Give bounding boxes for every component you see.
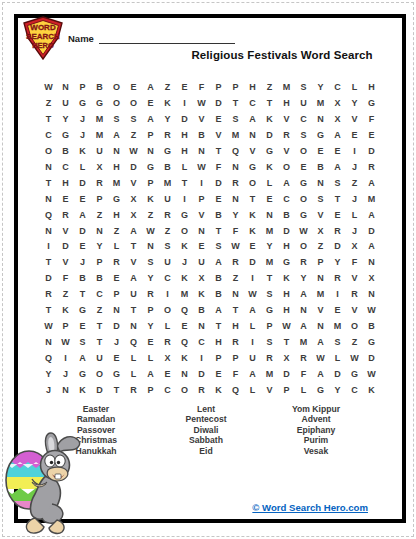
grid-cell[interactable]: V: [57, 223, 74, 239]
grid-cell[interactable]: B: [193, 303, 210, 319]
grid-cell[interactable]: E: [363, 128, 380, 144]
grid-cell[interactable]: S: [108, 112, 125, 128]
grid-cell[interactable]: A: [295, 287, 312, 303]
grid-cell[interactable]: N: [40, 223, 57, 239]
grid-cell[interactable]: U: [193, 255, 210, 271]
grid-cell[interactable]: M: [278, 80, 295, 96]
grid-cell[interactable]: I: [193, 175, 210, 191]
grid-cell[interactable]: N: [193, 144, 210, 160]
grid-cell[interactable]: Z: [108, 223, 125, 239]
grid-cell[interactable]: M: [227, 128, 244, 144]
grid-cell[interactable]: V: [193, 207, 210, 223]
grid-cell[interactable]: I: [176, 96, 193, 112]
grid-cell[interactable]: N: [227, 287, 244, 303]
grid-cell[interactable]: L: [346, 80, 363, 96]
grid-cell[interactable]: E: [210, 366, 227, 382]
grid-cell[interactable]: R: [227, 175, 244, 191]
grid-cell[interactable]: Z: [261, 80, 278, 96]
grid-cell[interactable]: K: [57, 303, 74, 319]
grid-cell[interactable]: M: [261, 255, 278, 271]
grid-cell[interactable]: R: [108, 255, 125, 271]
grid-cell[interactable]: A: [312, 366, 329, 382]
grid-cell[interactable]: J: [74, 112, 91, 128]
grid-cell[interactable]: P: [278, 382, 295, 398]
grid-cell[interactable]: M: [261, 366, 278, 382]
grid-cell[interactable]: J: [346, 223, 363, 239]
grid-cell[interactable]: A: [312, 334, 329, 350]
grid-cell[interactable]: N: [363, 287, 380, 303]
grid-cell[interactable]: D: [329, 366, 346, 382]
grid-cell[interactable]: E: [261, 191, 278, 207]
grid-cell[interactable]: O: [108, 96, 125, 112]
grid-cell[interactable]: L: [74, 159, 91, 175]
grid-cell[interactable]: H: [108, 159, 125, 175]
grid-cell[interactable]: E: [210, 191, 227, 207]
grid-cell[interactable]: S: [295, 128, 312, 144]
grid-cell[interactable]: Z: [57, 287, 74, 303]
grid-cell[interactable]: W: [227, 239, 244, 255]
grid-cell[interactable]: D: [363, 223, 380, 239]
grid-cell[interactable]: V: [244, 144, 261, 160]
grid-cell[interactable]: W: [295, 223, 312, 239]
grid-cell[interactable]: S: [159, 239, 176, 255]
grid-cell[interactable]: Q: [40, 350, 57, 366]
grid-cell[interactable]: O: [91, 366, 108, 382]
grid-cell[interactable]: E: [108, 350, 125, 366]
grid-cell[interactable]: O: [176, 382, 193, 398]
grid-cell[interactable]: T: [261, 271, 278, 287]
grid-cell[interactable]: T: [40, 303, 57, 319]
grid-cell[interactable]: P: [193, 191, 210, 207]
grid-cell[interactable]: S: [261, 287, 278, 303]
grid-cell[interactable]: B: [312, 159, 329, 175]
grid-cell[interactable]: S: [295, 80, 312, 96]
grid-cell[interactable]: Y: [295, 271, 312, 287]
grid-cell[interactable]: H: [227, 318, 244, 334]
grid-cell[interactable]: Q: [125, 334, 142, 350]
grid-cell[interactable]: R: [159, 128, 176, 144]
grid-cell[interactable]: Y: [346, 96, 363, 112]
grid-cell[interactable]: T: [91, 334, 108, 350]
grid-cell[interactable]: B: [210, 207, 227, 223]
credit-link[interactable]: © Word Search Hero.com: [228, 502, 368, 513]
grid-cell[interactable]: Y: [329, 255, 346, 271]
grid-cell[interactable]: X: [346, 239, 363, 255]
grid-cell[interactable]: L: [159, 318, 176, 334]
grid-cell[interactable]: Y: [261, 239, 278, 255]
grid-cell[interactable]: O: [244, 175, 261, 191]
grid-cell[interactable]: T: [40, 255, 57, 271]
grid-cell[interactable]: T: [125, 303, 142, 319]
grid-cell[interactable]: G: [312, 128, 329, 144]
grid-cell[interactable]: N: [108, 303, 125, 319]
grid-cell[interactable]: P: [210, 80, 227, 96]
grid-cell[interactable]: K: [244, 207, 261, 223]
grid-cell[interactable]: N: [142, 239, 159, 255]
grid-cell[interactable]: K: [74, 382, 91, 398]
grid-cell[interactable]: W: [40, 80, 57, 96]
grid-cell[interactable]: F: [210, 159, 227, 175]
grid-cell[interactable]: J: [74, 255, 91, 271]
grid-cell[interactable]: T: [227, 96, 244, 112]
grid-cell[interactable]: W: [40, 318, 57, 334]
grid-cell[interactable]: H: [176, 144, 193, 160]
grid-cell[interactable]: T: [40, 112, 57, 128]
grid-cell[interactable]: O: [176, 223, 193, 239]
grid-cell[interactable]: W: [57, 334, 74, 350]
grid-cell[interactable]: P: [57, 318, 74, 334]
grid-cell[interactable]: W: [363, 303, 380, 319]
grid-cell[interactable]: H: [278, 96, 295, 112]
grid-cell[interactable]: W: [278, 318, 295, 334]
grid-cell[interactable]: Y: [40, 366, 57, 382]
grid-cell[interactable]: C: [346, 382, 363, 398]
grid-cell[interactable]: L: [244, 318, 261, 334]
grid-cell[interactable]: E: [346, 128, 363, 144]
grid-cell[interactable]: A: [278, 175, 295, 191]
grid-cell[interactable]: O: [295, 191, 312, 207]
grid-cell[interactable]: X: [363, 271, 380, 287]
grid-cell[interactable]: O: [278, 159, 295, 175]
grid-cell[interactable]: O: [159, 303, 176, 319]
grid-cell[interactable]: R: [159, 334, 176, 350]
grid-cell[interactable]: S: [329, 175, 346, 191]
grid-cell[interactable]: Y: [329, 382, 346, 398]
grid-cell[interactable]: N: [176, 366, 193, 382]
grid-cell[interactable]: T: [329, 191, 346, 207]
grid-cell[interactable]: I: [159, 287, 176, 303]
grid-cell[interactable]: I: [40, 239, 57, 255]
grid-cell[interactable]: E: [74, 191, 91, 207]
grid-cell[interactable]: R: [346, 287, 363, 303]
grid-cell[interactable]: A: [244, 366, 261, 382]
grid-cell[interactable]: T: [261, 96, 278, 112]
grid-cell[interactable]: T: [244, 191, 261, 207]
grid-cell[interactable]: E: [193, 239, 210, 255]
grid-cell[interactable]: G: [278, 255, 295, 271]
grid-cell[interactable]: W: [244, 287, 261, 303]
grid-cell[interactable]: M: [159, 175, 176, 191]
grid-cell[interactable]: N: [57, 80, 74, 96]
grid-cell[interactable]: P: [210, 350, 227, 366]
grid-cell[interactable]: N: [295, 303, 312, 319]
grid-cell[interactable]: N: [244, 128, 261, 144]
grid-cell[interactable]: T: [227, 303, 244, 319]
grid-cell[interactable]: F: [227, 366, 244, 382]
grid-cell[interactable]: D: [363, 350, 380, 366]
grid-cell[interactable]: U: [159, 191, 176, 207]
grid-cell[interactable]: K: [176, 271, 193, 287]
grid-cell[interactable]: E: [312, 144, 329, 160]
grid-cell[interactable]: U: [57, 96, 74, 112]
grid-cell[interactable]: A: [74, 350, 91, 366]
grid-cell[interactable]: L: [176, 159, 193, 175]
grid-cell[interactable]: B: [74, 271, 91, 287]
grid-cell[interactable]: Q: [176, 303, 193, 319]
grid-cell[interactable]: I: [176, 191, 193, 207]
grid-cell[interactable]: A: [329, 159, 346, 175]
grid-cell[interactable]: U: [295, 96, 312, 112]
grid-cell[interactable]: A: [329, 128, 346, 144]
grid-cell[interactable]: L: [329, 350, 346, 366]
grid-cell[interactable]: K: [142, 191, 159, 207]
grid-cell[interactable]: W: [125, 144, 142, 160]
grid-cell[interactable]: E: [108, 271, 125, 287]
grid-cell[interactable]: V: [125, 255, 142, 271]
grid-cell[interactable]: D: [244, 255, 261, 271]
grid-cell[interactable]: D: [363, 144, 380, 160]
grid-cell[interactable]: E: [295, 159, 312, 175]
grid-cell[interactable]: F: [57, 271, 74, 287]
grid-cell[interactable]: A: [125, 223, 142, 239]
grid-cell[interactable]: P: [312, 255, 329, 271]
grid-cell[interactable]: R: [125, 382, 142, 398]
grid-cell[interactable]: A: [210, 303, 227, 319]
grid-cell[interactable]: W: [346, 350, 363, 366]
grid-cell[interactable]: K: [363, 382, 380, 398]
grid-cell[interactable]: P: [261, 318, 278, 334]
grid-cell[interactable]: Z: [125, 128, 142, 144]
grid-cell[interactable]: Z: [346, 334, 363, 350]
grid-cell[interactable]: X: [329, 112, 346, 128]
grid-cell[interactable]: Y: [142, 318, 159, 334]
grid-cell[interactable]: Z: [142, 207, 159, 223]
grid-cell[interactable]: K: [176, 350, 193, 366]
grid-cell[interactable]: A: [244, 303, 261, 319]
grid-cell[interactable]: T: [210, 318, 227, 334]
grid-cell[interactable]: B: [57, 144, 74, 160]
grid-cell[interactable]: K: [74, 144, 91, 160]
grid-cell[interactable]: Z: [159, 223, 176, 239]
grid-cell[interactable]: J: [40, 382, 57, 398]
grid-cell[interactable]: F: [363, 112, 380, 128]
grid-cell[interactable]: G: [57, 128, 74, 144]
grid-cell[interactable]: G: [108, 191, 125, 207]
grid-cell[interactable]: A: [363, 239, 380, 255]
grid-cell[interactable]: R: [57, 207, 74, 223]
grid-cell[interactable]: D: [176, 112, 193, 128]
grid-cell[interactable]: Z: [312, 239, 329, 255]
grid-cell[interactable]: A: [125, 271, 142, 287]
grid-cell[interactable]: D: [329, 239, 346, 255]
grid-cell[interactable]: L: [125, 350, 142, 366]
grid-cell[interactable]: D: [193, 366, 210, 382]
grid-cell[interactable]: T: [108, 382, 125, 398]
grid-cell[interactable]: N: [261, 207, 278, 223]
grid-cell[interactable]: R: [193, 382, 210, 398]
grid-cell[interactable]: J: [346, 159, 363, 175]
grid-cell[interactable]: H: [57, 175, 74, 191]
grid-cell[interactable]: F: [295, 366, 312, 382]
grid-cell[interactable]: N: [312, 175, 329, 191]
grid-cell[interactable]: X: [125, 207, 142, 223]
grid-cell[interactable]: T: [210, 223, 227, 239]
grid-cell[interactable]: E: [329, 303, 346, 319]
grid-cell[interactable]: K: [261, 159, 278, 175]
grid-cell[interactable]: H: [278, 303, 295, 319]
grid-cell[interactable]: N: [125, 318, 142, 334]
grid-cell[interactable]: L: [244, 382, 261, 398]
grid-cell[interactable]: G: [142, 159, 159, 175]
grid-cell[interactable]: M: [108, 175, 125, 191]
grid-cell[interactable]: T: [176, 175, 193, 191]
grid-cell[interactable]: C: [57, 159, 74, 175]
grid-cell[interactable]: G: [176, 207, 193, 223]
grid-cell[interactable]: G: [363, 334, 380, 350]
grid-cell[interactable]: N: [312, 318, 329, 334]
grid-cell[interactable]: R: [227, 255, 244, 271]
grid-cell[interactable]: F: [193, 80, 210, 96]
grid-cell[interactable]: Z: [159, 80, 176, 96]
grid-cell[interactable]: R: [295, 255, 312, 271]
grid-cell[interactable]: G: [295, 175, 312, 191]
grid-cell[interactable]: P: [74, 80, 91, 96]
grid-cell[interactable]: A: [244, 112, 261, 128]
grid-cell[interactable]: L: [346, 207, 363, 223]
grid-cell[interactable]: S: [329, 334, 346, 350]
grid-cell[interactable]: I: [346, 144, 363, 160]
grid-cell[interactable]: L: [142, 350, 159, 366]
grid-cell[interactable]: V: [261, 382, 278, 398]
grid-cell[interactable]: Y: [312, 80, 329, 96]
grid-cell[interactable]: G: [295, 207, 312, 223]
grid-cell[interactable]: Y: [227, 207, 244, 223]
grid-cell[interactable]: W: [363, 366, 380, 382]
grid-cell[interactable]: G: [312, 382, 329, 398]
grid-cell[interactable]: L: [295, 382, 312, 398]
grid-cell[interactable]: C: [193, 334, 210, 350]
grid-cell[interactable]: M: [312, 287, 329, 303]
grid-cell[interactable]: S: [227, 112, 244, 128]
grid-cell[interactable]: G: [159, 144, 176, 160]
grid-cell[interactable]: C: [244, 96, 261, 112]
grid-cell[interactable]: L: [125, 366, 142, 382]
grid-cell[interactable]: C: [40, 128, 57, 144]
grid-cell[interactable]: R: [363, 159, 380, 175]
grid-cell[interactable]: I: [329, 287, 346, 303]
grid-cell[interactable]: N: [227, 191, 244, 207]
grid-cell[interactable]: T: [74, 287, 91, 303]
grid-cell[interactable]: R: [261, 350, 278, 366]
grid-cell[interactable]: K: [244, 223, 261, 239]
grid-cell[interactable]: B: [159, 159, 176, 175]
grid-cell[interactable]: H: [108, 207, 125, 223]
grid-cell[interactable]: V: [125, 175, 142, 191]
grid-cell[interactable]: R: [40, 287, 57, 303]
grid-cell[interactable]: W: [193, 159, 210, 175]
grid-cell[interactable]: X: [312, 223, 329, 239]
grid-cell[interactable]: P: [142, 303, 159, 319]
grid-cell[interactable]: L: [108, 239, 125, 255]
grid-cell[interactable]: I: [57, 350, 74, 366]
grid-cell[interactable]: C: [159, 271, 176, 287]
grid-cell[interactable]: U: [244, 350, 261, 366]
grid-cell[interactable]: D: [210, 175, 227, 191]
grid-cell[interactable]: V: [346, 271, 363, 287]
grid-cell[interactable]: Z: [40, 96, 57, 112]
grid-cell[interactable]: N: [57, 382, 74, 398]
grid-cell[interactable]: P: [227, 80, 244, 96]
grid-cell[interactable]: G: [74, 366, 91, 382]
grid-cell[interactable]: T: [278, 334, 295, 350]
grid-cell[interactable]: H: [363, 80, 380, 96]
grid-cell[interactable]: U: [125, 287, 142, 303]
grid-cell[interactable]: A: [295, 318, 312, 334]
grid-cell[interactable]: R: [278, 128, 295, 144]
grid-cell[interactable]: A: [142, 366, 159, 382]
grid-cell[interactable]: Q: [227, 144, 244, 160]
grid-cell[interactable]: G: [91, 96, 108, 112]
grid-cell[interactable]: G: [74, 303, 91, 319]
grid-cell[interactable]: R: [142, 287, 159, 303]
grid-cell[interactable]: I: [193, 350, 210, 366]
grid-cell[interactable]: X: [329, 96, 346, 112]
grid-cell[interactable]: O: [346, 318, 363, 334]
grid-cell[interactable]: J: [108, 334, 125, 350]
grid-cell[interactable]: C: [295, 112, 312, 128]
grid-cell[interactable]: Z: [227, 271, 244, 287]
grid-cell[interactable]: R: [91, 175, 108, 191]
grid-cell[interactable]: D: [125, 159, 142, 175]
grid-cell[interactable]: G: [108, 366, 125, 382]
grid-cell[interactable]: D: [261, 128, 278, 144]
grid-cell[interactable]: O: [40, 144, 57, 160]
grid-cell[interactable]: D: [74, 223, 91, 239]
grid-cell[interactable]: O: [295, 144, 312, 160]
grid-cell[interactable]: C: [91, 287, 108, 303]
grid-cell[interactable]: T: [91, 318, 108, 334]
grid-cell[interactable]: P: [142, 128, 159, 144]
grid-cell[interactable]: S: [312, 191, 329, 207]
grid-cell[interactable]: D: [91, 382, 108, 398]
grid-cell[interactable]: T: [40, 175, 57, 191]
grid-cell[interactable]: P: [227, 350, 244, 366]
grid-cell[interactable]: S: [142, 255, 159, 271]
grid-cell[interactable]: E: [244, 239, 261, 255]
grid-cell[interactable]: V: [278, 112, 295, 128]
grid-cell[interactable]: V: [312, 207, 329, 223]
grid-cell[interactable]: B: [91, 271, 108, 287]
grid-cell[interactable]: V: [57, 255, 74, 271]
grid-cell[interactable]: C: [329, 80, 346, 96]
grid-cell[interactable]: V: [312, 303, 329, 319]
grid-cell[interactable]: B: [278, 207, 295, 223]
grid-cell[interactable]: E: [329, 144, 346, 160]
grid-cell[interactable]: U: [159, 255, 176, 271]
grid-cell[interactable]: Y: [91, 239, 108, 255]
grid-cell[interactable]: M: [329, 318, 346, 334]
grid-cell[interactable]: A: [363, 175, 380, 191]
grid-cell[interactable]: E: [159, 366, 176, 382]
grid-cell[interactable]: E: [125, 80, 142, 96]
grid-cell[interactable]: B: [210, 287, 227, 303]
grid-cell[interactable]: D: [278, 366, 295, 382]
grid-cell[interactable]: V: [210, 128, 227, 144]
grid-cell[interactable]: F: [346, 255, 363, 271]
grid-cell[interactable]: P: [142, 382, 159, 398]
grid-cell[interactable]: S: [261, 334, 278, 350]
grid-cell[interactable]: D: [108, 318, 125, 334]
grid-cell[interactable]: N: [142, 144, 159, 160]
grid-cell[interactable]: G: [346, 366, 363, 382]
grid-cell[interactable]: D: [57, 239, 74, 255]
grid-cell[interactable]: Y: [159, 112, 176, 128]
grid-cell[interactable]: Q: [227, 382, 244, 398]
grid-cell[interactable]: J: [176, 255, 193, 271]
grid-cell[interactable]: H: [278, 287, 295, 303]
grid-cell[interactable]: E: [74, 318, 91, 334]
grid-cell[interactable]: Q: [40, 207, 57, 223]
